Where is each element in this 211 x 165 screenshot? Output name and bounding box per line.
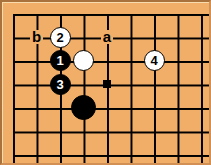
point-label-a: a	[101, 30, 113, 44]
point-label-b: b	[30, 30, 43, 44]
go-board-diagram: 1234ba	[0, 0, 211, 165]
stones-layer: 1234ba	[1, 2, 211, 165]
black-stone-plain	[71, 95, 96, 120]
white-stone-4: 4	[144, 50, 165, 71]
black-stone-1: 1	[50, 50, 71, 71]
white-stone-plain	[73, 50, 94, 71]
square-marker	[103, 80, 111, 88]
white-stone-2: 2	[50, 27, 71, 48]
black-stone-3: 3	[50, 74, 71, 95]
